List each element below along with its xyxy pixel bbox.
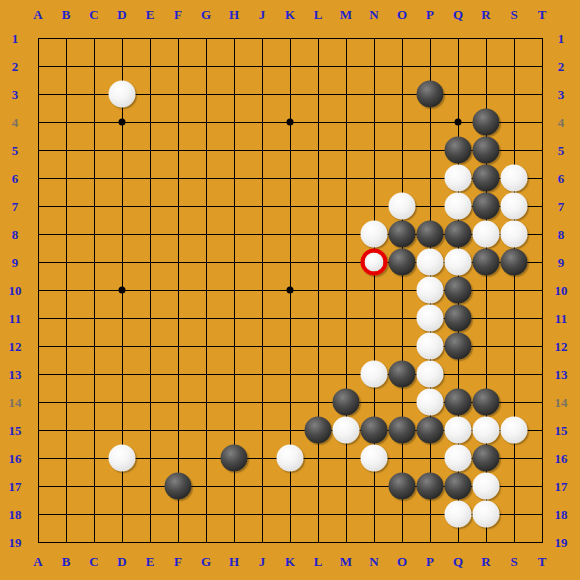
stone-white-M15 bbox=[333, 417, 360, 444]
col-label-top-B: B bbox=[62, 8, 71, 21]
col-label-bottom-N: N bbox=[369, 555, 378, 568]
stone-black-Q14 bbox=[445, 389, 472, 416]
stone-white-S6 bbox=[501, 165, 528, 192]
col-label-top-N: N bbox=[369, 8, 378, 21]
row-label-right-8: 8 bbox=[558, 228, 565, 241]
stone-black-P17 bbox=[417, 473, 444, 500]
row-label-right-17: 17 bbox=[555, 480, 568, 493]
stone-white-P9 bbox=[417, 249, 444, 276]
stone-black-Q5 bbox=[445, 137, 472, 164]
col-label-top-L: L bbox=[314, 8, 323, 21]
grid-vline-O bbox=[402, 38, 403, 543]
row-label-right-12: 12 bbox=[555, 340, 568, 353]
row-label-right-11: 11 bbox=[555, 312, 567, 325]
stone-white-R15 bbox=[473, 417, 500, 444]
col-label-top-S: S bbox=[510, 8, 517, 21]
col-label-top-R: R bbox=[481, 8, 490, 21]
stone-black-Q8 bbox=[445, 221, 472, 248]
stone-black-Q17 bbox=[445, 473, 472, 500]
col-label-top-C: C bbox=[89, 8, 98, 21]
stone-white-O7 bbox=[389, 193, 416, 220]
col-label-bottom-O: O bbox=[397, 555, 407, 568]
stone-white-Q6 bbox=[445, 165, 472, 192]
col-label-top-M: M bbox=[340, 8, 352, 21]
row-label-left-10: 10 bbox=[9, 284, 22, 297]
col-label-top-J: J bbox=[259, 8, 266, 21]
row-label-left-15: 15 bbox=[9, 424, 22, 437]
star-point-K4 bbox=[287, 119, 294, 126]
row-label-left-9: 9 bbox=[12, 256, 19, 269]
row-label-left-16: 16 bbox=[9, 452, 22, 465]
col-label-top-E: E bbox=[146, 8, 155, 21]
grid-vline-S bbox=[514, 38, 515, 543]
stone-white-D3 bbox=[109, 81, 136, 108]
col-label-top-A: A bbox=[33, 8, 42, 21]
row-label-left-18: 18 bbox=[9, 508, 22, 521]
stone-black-P3 bbox=[417, 81, 444, 108]
stone-black-Q12 bbox=[445, 333, 472, 360]
row-label-right-1: 1 bbox=[558, 32, 565, 45]
row-label-right-2: 2 bbox=[558, 60, 565, 73]
grid-hline-19 bbox=[38, 542, 543, 543]
stone-white-P14 bbox=[417, 389, 444, 416]
star-point-D4 bbox=[119, 119, 126, 126]
stone-black-R6 bbox=[473, 165, 500, 192]
stone-white-R8 bbox=[473, 221, 500, 248]
col-label-bottom-P: P bbox=[426, 555, 434, 568]
row-label-left-1: 1 bbox=[12, 32, 19, 45]
row-label-left-3: 3 bbox=[12, 88, 19, 101]
stone-black-P8 bbox=[417, 221, 444, 248]
stone-white-S15 bbox=[501, 417, 528, 444]
stone-white-R17 bbox=[473, 473, 500, 500]
row-label-right-13: 13 bbox=[555, 368, 568, 381]
row-label-left-14: 14 bbox=[9, 396, 22, 409]
stone-black-O9 bbox=[389, 249, 416, 276]
stone-black-R5 bbox=[473, 137, 500, 164]
stone-white-K16 bbox=[277, 445, 304, 472]
row-label-left-5: 5 bbox=[12, 144, 19, 157]
grid-vline-T bbox=[542, 38, 543, 543]
row-label-left-11: 11 bbox=[9, 312, 21, 325]
row-label-right-14: 14 bbox=[555, 396, 568, 409]
stone-black-R9 bbox=[473, 249, 500, 276]
star-point-K10 bbox=[287, 287, 294, 294]
row-label-right-4: 4 bbox=[558, 116, 565, 129]
stone-black-F17 bbox=[165, 473, 192, 500]
col-label-bottom-G: G bbox=[201, 555, 211, 568]
stone-black-O8 bbox=[389, 221, 416, 248]
stone-white-N8 bbox=[361, 221, 388, 248]
stone-white-P11 bbox=[417, 305, 444, 332]
stone-black-N15 bbox=[361, 417, 388, 444]
col-label-top-H: H bbox=[229, 8, 239, 21]
col-label-bottom-K: K bbox=[285, 555, 295, 568]
row-label-right-3: 3 bbox=[558, 88, 565, 101]
col-label-bottom-Q: Q bbox=[453, 555, 463, 568]
stone-black-Q11 bbox=[445, 305, 472, 332]
stone-black-S9 bbox=[501, 249, 528, 276]
col-label-top-T: T bbox=[538, 8, 547, 21]
stone-black-R7 bbox=[473, 193, 500, 220]
stone-black-O13 bbox=[389, 361, 416, 388]
col-label-bottom-D: D bbox=[117, 555, 126, 568]
col-label-top-O: O bbox=[397, 8, 407, 21]
row-label-right-5: 5 bbox=[558, 144, 565, 157]
stone-white-Q15 bbox=[445, 417, 472, 444]
col-label-bottom-S: S bbox=[510, 555, 517, 568]
last-move-stone-white-N9 bbox=[361, 249, 388, 276]
stone-white-S7 bbox=[501, 193, 528, 220]
stone-white-Q9 bbox=[445, 249, 472, 276]
row-label-right-19: 19 bbox=[555, 536, 568, 549]
row-label-left-8: 8 bbox=[12, 228, 19, 241]
col-label-bottom-F: F bbox=[174, 555, 182, 568]
stone-white-Q7 bbox=[445, 193, 472, 220]
stone-black-R14 bbox=[473, 389, 500, 416]
stone-black-R16 bbox=[473, 445, 500, 472]
star-point-D10 bbox=[119, 287, 126, 294]
col-label-bottom-A: A bbox=[33, 555, 42, 568]
stone-black-R4 bbox=[473, 109, 500, 136]
row-label-left-7: 7 bbox=[12, 200, 19, 213]
row-label-right-16: 16 bbox=[555, 452, 568, 465]
stone-black-H16 bbox=[221, 445, 248, 472]
stone-white-P13 bbox=[417, 361, 444, 388]
grid-vline-M bbox=[346, 38, 347, 543]
row-label-right-10: 10 bbox=[555, 284, 568, 297]
col-label-bottom-H: H bbox=[229, 555, 239, 568]
stone-white-S8 bbox=[501, 221, 528, 248]
stone-black-Q10 bbox=[445, 277, 472, 304]
star-point-Q4 bbox=[455, 119, 462, 126]
stone-white-P10 bbox=[417, 277, 444, 304]
stone-black-M14 bbox=[333, 389, 360, 416]
row-label-left-17: 17 bbox=[9, 480, 22, 493]
stone-black-O17 bbox=[389, 473, 416, 500]
stone-white-D16 bbox=[109, 445, 136, 472]
row-label-left-2: 2 bbox=[12, 60, 19, 73]
stone-white-Q16 bbox=[445, 445, 472, 472]
go-board[interactable]: AABBCCDDEEFFGGHHJJKKLLMMNNOOPPQQRRSSTT11… bbox=[0, 0, 580, 580]
stone-white-N13 bbox=[361, 361, 388, 388]
row-label-left-12: 12 bbox=[9, 340, 22, 353]
grid-vline-L bbox=[318, 38, 319, 543]
grid-hline-13 bbox=[38, 374, 543, 375]
stone-black-O15 bbox=[389, 417, 416, 444]
col-label-top-Q: Q bbox=[453, 8, 463, 21]
stone-white-R18 bbox=[473, 501, 500, 528]
row-label-left-13: 13 bbox=[9, 368, 22, 381]
row-label-right-6: 6 bbox=[558, 172, 565, 185]
row-label-right-18: 18 bbox=[555, 508, 568, 521]
row-label-right-9: 9 bbox=[558, 256, 565, 269]
col-label-top-D: D bbox=[117, 8, 126, 21]
col-label-bottom-T: T bbox=[538, 555, 547, 568]
row-label-left-6: 6 bbox=[12, 172, 19, 185]
col-label-bottom-M: M bbox=[340, 555, 352, 568]
stone-white-N16 bbox=[361, 445, 388, 472]
col-label-top-P: P bbox=[426, 8, 434, 21]
col-label-top-K: K bbox=[285, 8, 295, 21]
stone-white-Q18 bbox=[445, 501, 472, 528]
row-label-left-4: 4 bbox=[12, 116, 19, 129]
col-label-top-G: G bbox=[201, 8, 211, 21]
col-label-bottom-C: C bbox=[89, 555, 98, 568]
col-label-bottom-J: J bbox=[259, 555, 266, 568]
stone-black-L15 bbox=[305, 417, 332, 444]
col-label-bottom-L: L bbox=[314, 555, 323, 568]
stone-white-P12 bbox=[417, 333, 444, 360]
row-label-right-7: 7 bbox=[558, 200, 565, 213]
col-label-bottom-E: E bbox=[146, 555, 155, 568]
row-label-left-19: 19 bbox=[9, 536, 22, 549]
stone-black-P15 bbox=[417, 417, 444, 444]
col-label-bottom-R: R bbox=[481, 555, 490, 568]
row-label-right-15: 15 bbox=[555, 424, 568, 437]
col-label-bottom-B: B bbox=[62, 555, 71, 568]
col-label-top-F: F bbox=[174, 8, 182, 21]
